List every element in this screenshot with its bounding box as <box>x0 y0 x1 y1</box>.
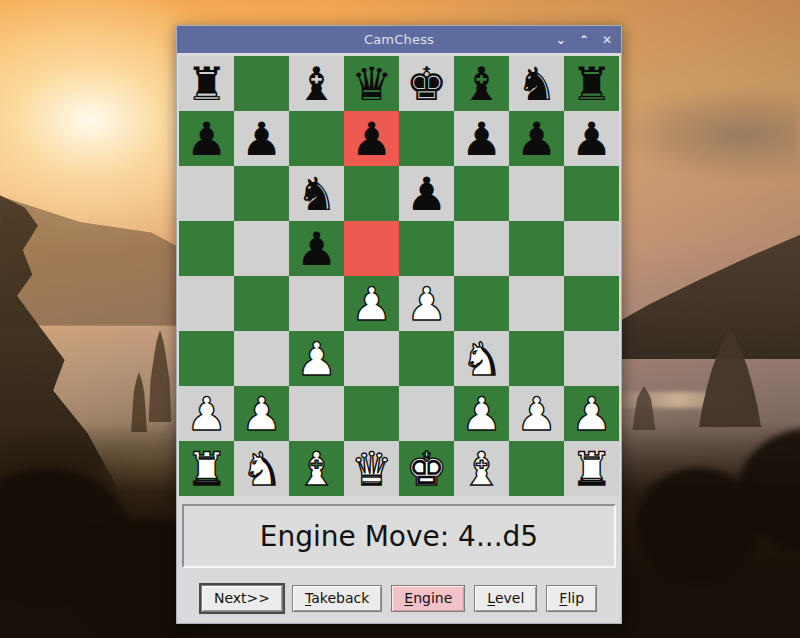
square-b3[interactable] <box>234 331 289 386</box>
square-h8[interactable]: ♜ <box>564 56 619 111</box>
square-a7[interactable]: ♟ <box>179 111 234 166</box>
square-e2[interactable] <box>399 386 454 441</box>
close-icon[interactable]: ✕ <box>602 34 612 46</box>
square-c7[interactable] <box>289 111 344 166</box>
square-b1[interactable]: ♞ <box>234 441 289 496</box>
square-e3[interactable] <box>399 331 454 386</box>
black-queen-d8: ♛ <box>351 61 392 107</box>
black-king-e8: ♚ <box>406 61 447 107</box>
white-bishop-f1: ♝ <box>461 446 502 492</box>
black-bishop-f8: ♝ <box>461 61 502 107</box>
square-g6[interactable] <box>509 166 564 221</box>
white-pawn-b2: ♟ <box>241 391 282 437</box>
square-d2[interactable] <box>344 386 399 441</box>
white-king-e1: ♚ <box>406 446 447 492</box>
white-pawn-a2: ♟ <box>186 391 227 437</box>
black-knight-c6: ♞ <box>296 171 337 217</box>
black-knight-g8: ♞ <box>516 61 557 107</box>
square-e6[interactable]: ♟ <box>399 166 454 221</box>
button-bar: Next>>TakebackEngineLevelFlip <box>177 585 621 612</box>
square-d5[interactable] <box>344 221 399 276</box>
square-g8[interactable]: ♞ <box>509 56 564 111</box>
square-a5[interactable] <box>179 221 234 276</box>
black-pawn-e6: ♟ <box>406 171 447 217</box>
white-pawn-g2: ♟ <box>516 391 557 437</box>
white-pawn-e4: ♟ <box>406 281 447 327</box>
square-b6[interactable] <box>234 166 289 221</box>
white-rook-h1: ♜ <box>571 446 612 492</box>
window-title: CamChess <box>364 32 434 47</box>
square-b8[interactable] <box>234 56 289 111</box>
square-d1[interactable]: ♛ <box>344 441 399 496</box>
square-b2[interactable]: ♟ <box>234 386 289 441</box>
white-bishop-c1: ♝ <box>296 446 337 492</box>
square-a8[interactable]: ♜ <box>179 56 234 111</box>
black-pawn-d7: ♟ <box>351 116 392 162</box>
square-h3[interactable] <box>564 331 619 386</box>
black-pawn-g7: ♟ <box>516 116 557 162</box>
engine-button[interactable]: Engine <box>391 585 465 612</box>
square-e5[interactable] <box>399 221 454 276</box>
square-g5[interactable] <box>509 221 564 276</box>
square-d6[interactable] <box>344 166 399 221</box>
square-f7[interactable]: ♟ <box>454 111 509 166</box>
square-g2[interactable]: ♟ <box>509 386 564 441</box>
square-f2[interactable]: ♟ <box>454 386 509 441</box>
white-queen-d1: ♛ <box>351 446 392 492</box>
square-h4[interactable] <box>564 276 619 331</box>
square-f3[interactable]: ♞ <box>454 331 509 386</box>
flip-button[interactable]: Flip <box>546 585 597 612</box>
white-knight-b1: ♞ <box>241 446 282 492</box>
window-controls: ⌄ ⌃ ✕ <box>556 26 612 53</box>
square-h7[interactable]: ♟ <box>564 111 619 166</box>
square-f8[interactable]: ♝ <box>454 56 509 111</box>
square-d7[interactable]: ♟ <box>344 111 399 166</box>
square-e8[interactable]: ♚ <box>399 56 454 111</box>
square-a3[interactable] <box>179 331 234 386</box>
square-c6[interactable]: ♞ <box>289 166 344 221</box>
square-f4[interactable] <box>454 276 509 331</box>
white-pawn-c3: ♟ <box>296 336 337 382</box>
square-b5[interactable] <box>234 221 289 276</box>
square-f6[interactable] <box>454 166 509 221</box>
black-pawn-h7: ♟ <box>571 116 612 162</box>
black-pawn-b7: ♟ <box>241 116 282 162</box>
square-b7[interactable]: ♟ <box>234 111 289 166</box>
square-h1[interactable]: ♜ <box>564 441 619 496</box>
white-pawn-d4: ♟ <box>351 281 392 327</box>
black-bishop-c8: ♝ <box>296 61 337 107</box>
minimize-icon[interactable]: ⌄ <box>556 34 566 46</box>
next-button[interactable]: Next>> <box>201 585 283 612</box>
square-c8[interactable]: ♝ <box>289 56 344 111</box>
engine-move-message: Engine Move: 4...d5 <box>260 520 538 553</box>
status-panel: Engine Move: 4...d5 <box>182 504 616 568</box>
maximize-icon[interactable]: ⌃ <box>579 34 589 46</box>
square-c2[interactable] <box>289 386 344 441</box>
titlebar[interactable]: CamChess ⌄ ⌃ ✕ <box>177 26 621 53</box>
square-a2[interactable]: ♟ <box>179 386 234 441</box>
white-knight-f3: ♞ <box>461 336 502 382</box>
black-pawn-c5: ♟ <box>296 226 337 272</box>
square-f5[interactable] <box>454 221 509 276</box>
square-e4[interactable]: ♟ <box>399 276 454 331</box>
chess-board: ♜♝♛♚♝♞♜♟♟♟♟♟♟♞♟♟♟♟♟♞♟♟♟♟♟♜♞♝♛♚♝♜ <box>179 56 619 496</box>
square-h5[interactable] <box>564 221 619 276</box>
takeback-button[interactable]: Takeback <box>292 585 382 612</box>
square-d3[interactable] <box>344 331 399 386</box>
black-pawn-a7: ♟ <box>186 116 227 162</box>
white-pawn-h2: ♟ <box>571 391 612 437</box>
square-a1[interactable]: ♜ <box>179 441 234 496</box>
black-rook-a8: ♜ <box>186 61 227 107</box>
white-rook-a1: ♜ <box>186 446 227 492</box>
square-c1[interactable]: ♝ <box>289 441 344 496</box>
square-e7[interactable] <box>399 111 454 166</box>
level-button[interactable]: Level <box>474 585 537 612</box>
square-c5[interactable]: ♟ <box>289 221 344 276</box>
square-d4[interactable]: ♟ <box>344 276 399 331</box>
white-pawn-f2: ♟ <box>461 391 502 437</box>
tree-silhouette <box>636 468 761 580</box>
black-rook-h8: ♜ <box>571 61 612 107</box>
square-g3[interactable] <box>509 331 564 386</box>
square-a4[interactable] <box>179 276 234 331</box>
square-b4[interactable] <box>234 276 289 331</box>
square-h6[interactable] <box>564 166 619 221</box>
square-c3[interactable]: ♟ <box>289 331 344 386</box>
square-d8[interactable]: ♛ <box>344 56 399 111</box>
square-a6[interactable] <box>179 166 234 221</box>
square-f1[interactable]: ♝ <box>454 441 509 496</box>
square-h2[interactable]: ♟ <box>564 386 619 441</box>
square-e1[interactable]: ♚ <box>399 441 454 496</box>
square-g4[interactable] <box>509 276 564 331</box>
camchess-window: CamChess ⌄ ⌃ ✕ ♜♝♛♚♝♞♜♟♟♟♟♟♟♞♟♟♟♟♟♞♟♟♟♟♟… <box>176 25 622 624</box>
square-c4[interactable] <box>289 276 344 331</box>
square-g7[interactable]: ♟ <box>509 111 564 166</box>
black-pawn-f7: ♟ <box>461 116 502 162</box>
square-g1[interactable] <box>509 441 564 496</box>
